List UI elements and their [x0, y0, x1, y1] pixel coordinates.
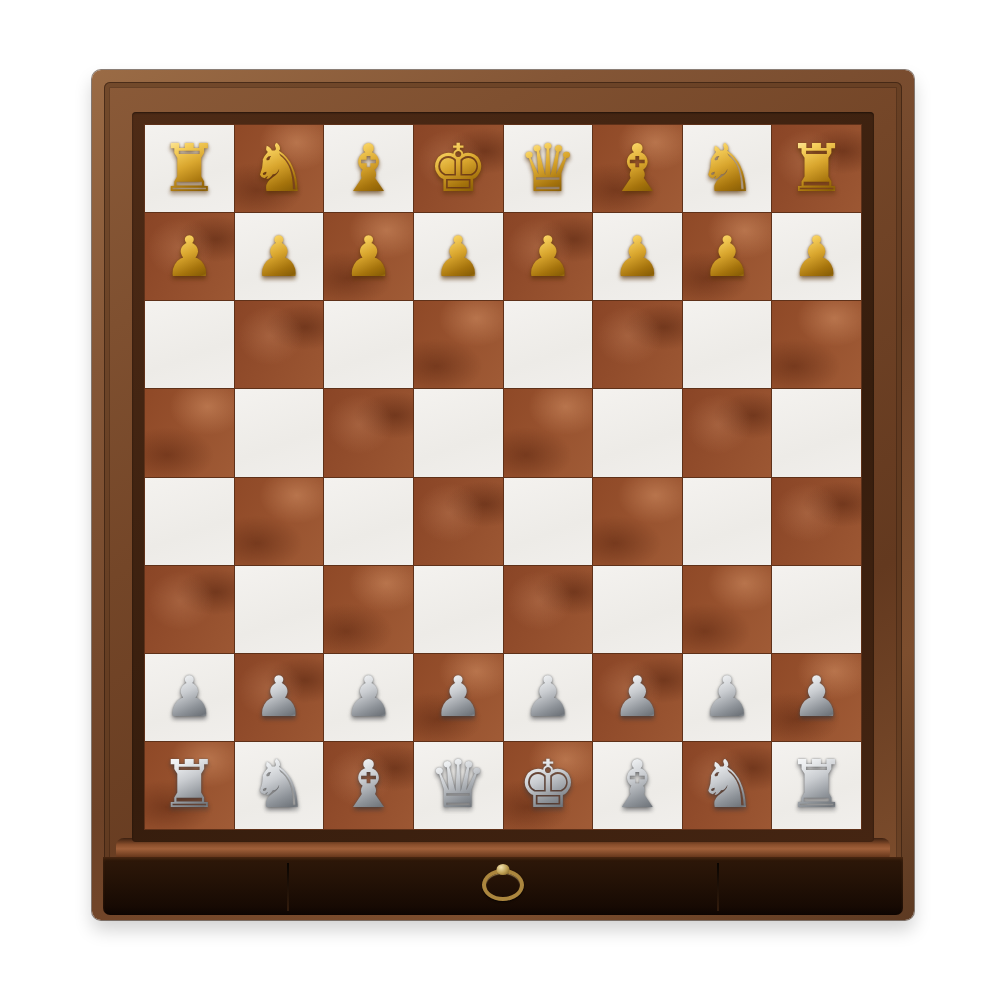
square-g2[interactable]: ♟ — [683, 654, 772, 741]
piece-silver-pawn[interactable]: ♟ — [612, 669, 662, 725]
piece-gold-pawn[interactable]: ♟ — [702, 229, 752, 285]
piece-silver-bishop[interactable]: ♝ — [339, 752, 398, 818]
square-f5[interactable] — [593, 389, 682, 476]
square-c8[interactable]: ♝ — [324, 125, 413, 212]
square-e1[interactable]: ♚ — [504, 742, 593, 829]
piece-silver-pawn[interactable]: ♟ — [343, 669, 393, 725]
square-e7[interactable]: ♟ — [504, 213, 593, 300]
square-g7[interactable]: ♟ — [683, 213, 772, 300]
square-a7[interactable]: ♟ — [145, 213, 234, 300]
chess-set: ♜♞♝♚♛♝♞♜♟♟♟♟♟♟♟♟♟♟♟♟♟♟♟♟♜♞♝♛♚♝♞♜ — [92, 70, 914, 920]
square-g4[interactable] — [683, 478, 772, 565]
piece-gold-bishop[interactable]: ♝ — [339, 136, 398, 202]
square-d7[interactable]: ♟ — [414, 213, 503, 300]
piece-silver-queen[interactable]: ♛ — [429, 752, 488, 818]
square-a5[interactable] — [145, 389, 234, 476]
square-h3[interactable] — [772, 566, 861, 653]
piece-gold-bishop[interactable]: ♝ — [608, 136, 667, 202]
playing-surface: ♜♞♝♚♛♝♞♜♟♟♟♟♟♟♟♟♟♟♟♟♟♟♟♟♜♞♝♛♚♝♞♜ — [144, 124, 862, 830]
square-h1[interactable]: ♜ — [772, 742, 861, 829]
piece-gold-knight[interactable]: ♞ — [697, 136, 756, 202]
piece-gold-pawn[interactable]: ♟ — [433, 229, 483, 285]
piece-gold-queen[interactable]: ♛ — [518, 136, 577, 202]
square-g1[interactable]: ♞ — [683, 742, 772, 829]
piece-gold-rook[interactable]: ♜ — [160, 136, 219, 202]
square-f7[interactable]: ♟ — [593, 213, 682, 300]
square-e8[interactable]: ♛ — [504, 125, 593, 212]
square-a1[interactable]: ♜ — [145, 742, 234, 829]
square-b3[interactable] — [235, 566, 324, 653]
piece-silver-pawn[interactable]: ♟ — [523, 669, 573, 725]
square-e2[interactable]: ♟ — [504, 654, 593, 741]
square-e5[interactable] — [504, 389, 593, 476]
piece-silver-rook[interactable]: ♜ — [160, 752, 219, 818]
square-f1[interactable]: ♝ — [593, 742, 682, 829]
square-c1[interactable]: ♝ — [324, 742, 413, 829]
piece-silver-pawn[interactable]: ♟ — [254, 669, 304, 725]
square-d5[interactable] — [414, 389, 503, 476]
square-c3[interactable] — [324, 566, 413, 653]
square-h7[interactable]: ♟ — [772, 213, 861, 300]
square-d2[interactable]: ♟ — [414, 654, 503, 741]
square-b4[interactable] — [235, 478, 324, 565]
square-h8[interactable]: ♜ — [772, 125, 861, 212]
piece-silver-knight[interactable]: ♞ — [249, 752, 308, 818]
storage-drawer-front — [103, 857, 903, 915]
piece-silver-knight[interactable]: ♞ — [697, 752, 756, 818]
square-b5[interactable] — [235, 389, 324, 476]
square-c4[interactable] — [324, 478, 413, 565]
square-c5[interactable] — [324, 389, 413, 476]
piece-silver-bishop[interactable]: ♝ — [608, 752, 667, 818]
drawer-ring-pull-icon — [482, 869, 524, 901]
piece-gold-pawn[interactable]: ♟ — [343, 229, 393, 285]
square-d4[interactable] — [414, 478, 503, 565]
square-d8[interactable]: ♚ — [414, 125, 503, 212]
square-b7[interactable]: ♟ — [235, 213, 324, 300]
square-d1[interactable]: ♛ — [414, 742, 503, 829]
square-g5[interactable] — [683, 389, 772, 476]
square-h6[interactable] — [772, 301, 861, 388]
drawer-seam-right — [717, 863, 719, 911]
square-e3[interactable] — [504, 566, 593, 653]
square-b2[interactable]: ♟ — [235, 654, 324, 741]
square-d3[interactable] — [414, 566, 503, 653]
drawer-seam-left — [287, 863, 289, 911]
piece-gold-pawn[interactable]: ♟ — [792, 229, 842, 285]
piece-silver-pawn[interactable]: ♟ — [792, 669, 842, 725]
square-b6[interactable] — [235, 301, 324, 388]
square-f3[interactable] — [593, 566, 682, 653]
piece-silver-king[interactable]: ♚ — [518, 752, 577, 818]
square-c7[interactable]: ♟ — [324, 213, 413, 300]
piece-silver-pawn[interactable]: ♟ — [164, 669, 214, 725]
square-a2[interactable]: ♟ — [145, 654, 234, 741]
piece-silver-rook[interactable]: ♜ — [787, 752, 846, 818]
piece-gold-pawn[interactable]: ♟ — [164, 229, 214, 285]
square-h4[interactable] — [772, 478, 861, 565]
square-b1[interactable]: ♞ — [235, 742, 324, 829]
square-g3[interactable] — [683, 566, 772, 653]
square-b8[interactable]: ♞ — [235, 125, 324, 212]
piece-gold-pawn[interactable]: ♟ — [254, 229, 304, 285]
piece-gold-pawn[interactable]: ♟ — [523, 229, 573, 285]
square-d6[interactable] — [414, 301, 503, 388]
square-g8[interactable]: ♞ — [683, 125, 772, 212]
piece-gold-pawn[interactable]: ♟ — [612, 229, 662, 285]
piece-silver-pawn[interactable]: ♟ — [702, 669, 752, 725]
square-a4[interactable] — [145, 478, 234, 565]
square-f4[interactable] — [593, 478, 682, 565]
square-e6[interactable] — [504, 301, 593, 388]
square-a8[interactable]: ♜ — [145, 125, 234, 212]
square-f8[interactable]: ♝ — [593, 125, 682, 212]
piece-silver-pawn[interactable]: ♟ — [433, 669, 483, 725]
square-h2[interactable]: ♟ — [772, 654, 861, 741]
square-e4[interactable] — [504, 478, 593, 565]
chess-board: ♜♞♝♚♛♝♞♜♟♟♟♟♟♟♟♟♟♟♟♟♟♟♟♟♜♞♝♛♚♝♞♜ — [145, 125, 861, 829]
square-f2[interactable]: ♟ — [593, 654, 682, 741]
square-a3[interactable] — [145, 566, 234, 653]
piece-gold-knight[interactable]: ♞ — [249, 136, 308, 202]
piece-gold-rook[interactable]: ♜ — [787, 136, 846, 202]
square-h5[interactable] — [772, 389, 861, 476]
square-g6[interactable] — [683, 301, 772, 388]
square-f6[interactable] — [593, 301, 682, 388]
square-a6[interactable] — [145, 301, 234, 388]
piece-gold-king[interactable]: ♚ — [429, 136, 488, 202]
square-c2[interactable]: ♟ — [324, 654, 413, 741]
square-c6[interactable] — [324, 301, 413, 388]
